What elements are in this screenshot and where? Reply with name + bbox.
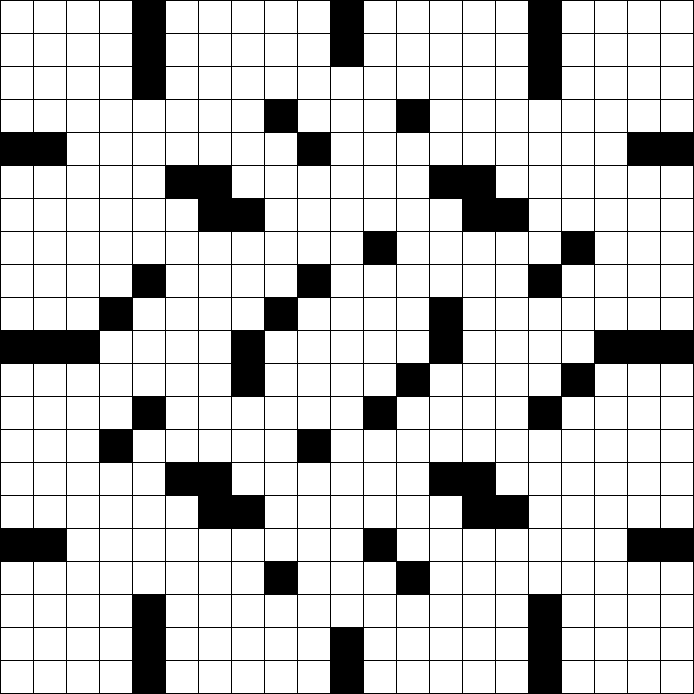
grid-cell[interactable] xyxy=(298,100,330,132)
grid-cell[interactable] xyxy=(595,463,627,495)
grid-cell[interactable] xyxy=(166,34,198,66)
grid-cell[interactable] xyxy=(67,166,99,198)
grid-cell[interactable] xyxy=(397,298,429,330)
grid-cell[interactable] xyxy=(265,595,297,627)
grid-cell[interactable] xyxy=(595,166,627,198)
grid-cell[interactable] xyxy=(364,496,396,528)
grid-cell[interactable] xyxy=(166,595,198,627)
grid-cell[interactable] xyxy=(463,397,495,429)
grid-cell[interactable] xyxy=(661,628,693,660)
grid-cell[interactable] xyxy=(199,67,231,99)
grid-cell[interactable] xyxy=(463,133,495,165)
grid-cell[interactable] xyxy=(463,628,495,660)
grid-cell[interactable] xyxy=(364,628,396,660)
grid-cell[interactable] xyxy=(529,298,561,330)
grid-cell[interactable] xyxy=(100,463,132,495)
grid-cell[interactable] xyxy=(595,34,627,66)
grid-cell[interactable] xyxy=(562,463,594,495)
grid-cell[interactable] xyxy=(133,133,165,165)
grid-cell[interactable] xyxy=(34,595,66,627)
grid-cell[interactable] xyxy=(67,199,99,231)
grid-cell[interactable] xyxy=(397,67,429,99)
grid-cell[interactable] xyxy=(595,397,627,429)
grid-cell[interactable] xyxy=(100,34,132,66)
grid-cell[interactable] xyxy=(166,562,198,594)
grid-cell[interactable] xyxy=(265,496,297,528)
grid-cell[interactable] xyxy=(628,496,660,528)
grid-cell[interactable] xyxy=(1,562,33,594)
grid-cell[interactable] xyxy=(34,34,66,66)
grid-cell[interactable] xyxy=(463,298,495,330)
grid-cell[interactable] xyxy=(232,463,264,495)
grid-cell[interactable] xyxy=(628,430,660,462)
grid-cell[interactable] xyxy=(529,496,561,528)
grid-cell[interactable] xyxy=(331,364,363,396)
grid-cell[interactable] xyxy=(100,199,132,231)
grid-cell[interactable] xyxy=(298,199,330,231)
grid-cell[interactable] xyxy=(34,199,66,231)
grid-cell[interactable] xyxy=(67,397,99,429)
grid-cell[interactable] xyxy=(628,595,660,627)
grid-cell[interactable] xyxy=(1,1,33,33)
grid-cell[interactable] xyxy=(67,298,99,330)
grid-cell[interactable] xyxy=(199,265,231,297)
grid-cell[interactable] xyxy=(232,67,264,99)
grid-cell[interactable] xyxy=(628,232,660,264)
grid-cell[interactable] xyxy=(364,562,396,594)
grid-cell[interactable] xyxy=(67,628,99,660)
grid-cell[interactable] xyxy=(496,34,528,66)
grid-cell[interactable] xyxy=(166,364,198,396)
grid-cell[interactable] xyxy=(628,298,660,330)
grid-cell[interactable] xyxy=(529,364,561,396)
grid-cell[interactable] xyxy=(265,364,297,396)
grid-cell[interactable] xyxy=(331,397,363,429)
grid-cell[interactable] xyxy=(298,661,330,693)
grid-cell[interactable] xyxy=(628,397,660,429)
grid-cell[interactable] xyxy=(496,628,528,660)
grid-cell[interactable] xyxy=(331,133,363,165)
grid-cell[interactable] xyxy=(661,364,693,396)
grid-cell[interactable] xyxy=(628,661,660,693)
grid-cell[interactable] xyxy=(628,364,660,396)
grid-cell[interactable] xyxy=(166,529,198,561)
grid-cell[interactable] xyxy=(661,430,693,462)
grid-cell[interactable] xyxy=(1,430,33,462)
grid-cell[interactable] xyxy=(298,166,330,198)
grid-cell[interactable] xyxy=(463,34,495,66)
grid-cell[interactable] xyxy=(100,265,132,297)
grid-cell[interactable] xyxy=(595,661,627,693)
grid-cell[interactable] xyxy=(529,100,561,132)
grid-cell[interactable] xyxy=(430,67,462,99)
grid-cell[interactable] xyxy=(364,265,396,297)
grid-cell[interactable] xyxy=(562,331,594,363)
grid-cell[interactable] xyxy=(34,496,66,528)
grid-cell[interactable] xyxy=(34,397,66,429)
grid-cell[interactable] xyxy=(232,166,264,198)
grid-cell[interactable] xyxy=(661,199,693,231)
grid-cell[interactable] xyxy=(166,661,198,693)
grid-cell[interactable] xyxy=(463,595,495,627)
grid-cell[interactable] xyxy=(430,232,462,264)
grid-cell[interactable] xyxy=(133,463,165,495)
grid-cell[interactable] xyxy=(34,67,66,99)
grid-cell[interactable] xyxy=(397,430,429,462)
grid-cell[interactable] xyxy=(595,67,627,99)
grid-cell[interactable] xyxy=(661,463,693,495)
grid-cell[interactable] xyxy=(529,166,561,198)
grid-cell[interactable] xyxy=(1,199,33,231)
grid-cell[interactable] xyxy=(67,100,99,132)
grid-cell[interactable] xyxy=(397,397,429,429)
grid-cell[interactable] xyxy=(1,628,33,660)
grid-cell[interactable] xyxy=(397,628,429,660)
grid-cell[interactable] xyxy=(67,463,99,495)
grid-cell[interactable] xyxy=(364,430,396,462)
grid-cell[interactable] xyxy=(430,628,462,660)
grid-cell[interactable] xyxy=(199,661,231,693)
grid-cell[interactable] xyxy=(265,463,297,495)
grid-cell[interactable] xyxy=(430,1,462,33)
grid-cell[interactable] xyxy=(34,298,66,330)
grid-cell[interactable] xyxy=(661,34,693,66)
grid-cell[interactable] xyxy=(1,265,33,297)
grid-cell[interactable] xyxy=(430,430,462,462)
grid-cell[interactable] xyxy=(364,298,396,330)
grid-cell[interactable] xyxy=(628,1,660,33)
grid-cell[interactable] xyxy=(430,34,462,66)
grid-cell[interactable] xyxy=(331,331,363,363)
grid-cell[interactable] xyxy=(595,562,627,594)
grid-cell[interactable] xyxy=(463,331,495,363)
grid-cell[interactable] xyxy=(331,100,363,132)
grid-cell[interactable] xyxy=(496,661,528,693)
grid-cell[interactable] xyxy=(661,265,693,297)
grid-cell[interactable] xyxy=(100,397,132,429)
grid-cell[interactable] xyxy=(661,1,693,33)
grid-cell[interactable] xyxy=(463,529,495,561)
grid-cell[interactable] xyxy=(331,298,363,330)
grid-cell[interactable] xyxy=(595,364,627,396)
grid-cell[interactable] xyxy=(34,628,66,660)
grid-cell[interactable] xyxy=(232,133,264,165)
grid-cell[interactable] xyxy=(661,661,693,693)
grid-cell[interactable] xyxy=(34,661,66,693)
grid-cell[interactable] xyxy=(529,133,561,165)
grid-cell[interactable] xyxy=(430,529,462,561)
grid-cell[interactable] xyxy=(265,1,297,33)
grid-cell[interactable] xyxy=(661,67,693,99)
grid-cell[interactable] xyxy=(628,166,660,198)
grid-cell[interactable] xyxy=(199,1,231,33)
grid-cell[interactable] xyxy=(397,199,429,231)
grid-cell[interactable] xyxy=(166,430,198,462)
grid-cell[interactable] xyxy=(595,298,627,330)
grid-cell[interactable] xyxy=(232,562,264,594)
grid-cell[interactable] xyxy=(529,199,561,231)
grid-cell[interactable] xyxy=(232,34,264,66)
grid-cell[interactable] xyxy=(397,1,429,33)
grid-cell[interactable] xyxy=(232,529,264,561)
grid-cell[interactable] xyxy=(100,166,132,198)
grid-cell[interactable] xyxy=(232,430,264,462)
grid-cell[interactable] xyxy=(298,463,330,495)
grid-cell[interactable] xyxy=(364,463,396,495)
grid-cell[interactable] xyxy=(298,34,330,66)
grid-cell[interactable] xyxy=(529,463,561,495)
grid-cell[interactable] xyxy=(265,397,297,429)
grid-cell[interactable] xyxy=(34,1,66,33)
grid-cell[interactable] xyxy=(1,463,33,495)
grid-cell[interactable] xyxy=(628,265,660,297)
grid-cell[interactable] xyxy=(1,100,33,132)
grid-cell[interactable] xyxy=(331,529,363,561)
grid-cell[interactable] xyxy=(232,298,264,330)
grid-cell[interactable] xyxy=(496,298,528,330)
grid-cell[interactable] xyxy=(100,529,132,561)
grid-cell[interactable] xyxy=(298,595,330,627)
grid-cell[interactable] xyxy=(562,430,594,462)
grid-cell[interactable] xyxy=(100,331,132,363)
grid-cell[interactable] xyxy=(364,595,396,627)
grid-cell[interactable] xyxy=(595,496,627,528)
grid-cell[interactable] xyxy=(595,100,627,132)
grid-cell[interactable] xyxy=(562,562,594,594)
grid-cell[interactable] xyxy=(331,67,363,99)
grid-cell[interactable] xyxy=(397,232,429,264)
grid-cell[interactable] xyxy=(496,397,528,429)
grid-cell[interactable] xyxy=(562,1,594,33)
grid-cell[interactable] xyxy=(562,298,594,330)
grid-cell[interactable] xyxy=(529,232,561,264)
grid-cell[interactable] xyxy=(595,1,627,33)
grid-cell[interactable] xyxy=(100,661,132,693)
grid-cell[interactable] xyxy=(628,100,660,132)
grid-cell[interactable] xyxy=(463,232,495,264)
grid-cell[interactable] xyxy=(496,331,528,363)
grid-cell[interactable] xyxy=(364,34,396,66)
grid-cell[interactable] xyxy=(199,595,231,627)
grid-cell[interactable] xyxy=(232,265,264,297)
grid-cell[interactable] xyxy=(100,496,132,528)
grid-cell[interactable] xyxy=(628,199,660,231)
grid-cell[interactable] xyxy=(562,496,594,528)
grid-cell[interactable] xyxy=(67,67,99,99)
grid-cell[interactable] xyxy=(397,595,429,627)
grid-cell[interactable] xyxy=(265,232,297,264)
grid-cell[interactable] xyxy=(496,133,528,165)
grid-cell[interactable] xyxy=(67,232,99,264)
grid-cell[interactable] xyxy=(364,1,396,33)
grid-cell[interactable] xyxy=(34,166,66,198)
grid-cell[interactable] xyxy=(265,34,297,66)
grid-cell[interactable] xyxy=(562,133,594,165)
grid-cell[interactable] xyxy=(298,232,330,264)
grid-cell[interactable] xyxy=(100,595,132,627)
grid-cell[interactable] xyxy=(199,529,231,561)
grid-cell[interactable] xyxy=(34,265,66,297)
grid-cell[interactable] xyxy=(463,364,495,396)
grid-cell[interactable] xyxy=(562,595,594,627)
grid-cell[interactable] xyxy=(199,34,231,66)
grid-cell[interactable] xyxy=(364,199,396,231)
grid-cell[interactable] xyxy=(1,595,33,627)
grid-cell[interactable] xyxy=(562,166,594,198)
grid-cell[interactable] xyxy=(199,232,231,264)
grid-cell[interactable] xyxy=(595,199,627,231)
grid-cell[interactable] xyxy=(331,265,363,297)
grid-cell[interactable] xyxy=(133,199,165,231)
grid-cell[interactable] xyxy=(67,496,99,528)
grid-cell[interactable] xyxy=(562,628,594,660)
grid-cell[interactable] xyxy=(430,595,462,627)
grid-cell[interactable] xyxy=(100,133,132,165)
grid-cell[interactable] xyxy=(496,595,528,627)
grid-cell[interactable] xyxy=(166,628,198,660)
grid-cell[interactable] xyxy=(661,496,693,528)
grid-cell[interactable] xyxy=(397,463,429,495)
grid-cell[interactable] xyxy=(133,430,165,462)
grid-cell[interactable] xyxy=(595,133,627,165)
grid-cell[interactable] xyxy=(232,100,264,132)
grid-cell[interactable] xyxy=(397,331,429,363)
grid-cell[interactable] xyxy=(199,133,231,165)
grid-cell[interactable] xyxy=(331,496,363,528)
grid-cell[interactable] xyxy=(562,199,594,231)
grid-cell[interactable] xyxy=(67,595,99,627)
grid-cell[interactable] xyxy=(67,265,99,297)
grid-cell[interactable] xyxy=(199,562,231,594)
grid-cell[interactable] xyxy=(562,397,594,429)
grid-cell[interactable] xyxy=(430,133,462,165)
grid-cell[interactable] xyxy=(661,166,693,198)
grid-cell[interactable] xyxy=(397,166,429,198)
grid-cell[interactable] xyxy=(34,430,66,462)
grid-cell[interactable] xyxy=(133,166,165,198)
grid-cell[interactable] xyxy=(67,529,99,561)
grid-cell[interactable] xyxy=(331,232,363,264)
grid-cell[interactable] xyxy=(397,529,429,561)
grid-cell[interactable] xyxy=(595,628,627,660)
grid-cell[interactable] xyxy=(133,100,165,132)
grid-cell[interactable] xyxy=(496,67,528,99)
grid-cell[interactable] xyxy=(67,661,99,693)
grid-cell[interactable] xyxy=(298,331,330,363)
grid-cell[interactable] xyxy=(67,430,99,462)
grid-cell[interactable] xyxy=(628,562,660,594)
grid-cell[interactable] xyxy=(661,232,693,264)
grid-cell[interactable] xyxy=(364,661,396,693)
grid-cell[interactable] xyxy=(463,67,495,99)
grid-cell[interactable] xyxy=(595,595,627,627)
grid-cell[interactable] xyxy=(166,1,198,33)
grid-cell[interactable] xyxy=(463,661,495,693)
grid-cell[interactable] xyxy=(67,364,99,396)
grid-cell[interactable] xyxy=(1,166,33,198)
grid-cell[interactable] xyxy=(1,496,33,528)
grid-cell[interactable] xyxy=(496,100,528,132)
grid-cell[interactable] xyxy=(430,100,462,132)
grid-cell[interactable] xyxy=(397,265,429,297)
grid-cell[interactable] xyxy=(232,661,264,693)
grid-cell[interactable] xyxy=(298,562,330,594)
grid-cell[interactable] xyxy=(298,1,330,33)
grid-cell[interactable] xyxy=(166,265,198,297)
grid-cell[interactable] xyxy=(430,562,462,594)
grid-cell[interactable] xyxy=(595,232,627,264)
grid-cell[interactable] xyxy=(265,430,297,462)
grid-cell[interactable] xyxy=(364,364,396,396)
grid-cell[interactable] xyxy=(529,331,561,363)
grid-cell[interactable] xyxy=(100,100,132,132)
grid-cell[interactable] xyxy=(298,628,330,660)
grid-cell[interactable] xyxy=(562,67,594,99)
grid-cell[interactable] xyxy=(397,133,429,165)
grid-cell[interactable] xyxy=(1,298,33,330)
grid-cell[interactable] xyxy=(562,100,594,132)
grid-cell[interactable] xyxy=(199,331,231,363)
grid-cell[interactable] xyxy=(331,430,363,462)
grid-cell[interactable] xyxy=(100,67,132,99)
grid-cell[interactable] xyxy=(496,265,528,297)
grid-cell[interactable] xyxy=(562,265,594,297)
grid-cell[interactable] xyxy=(661,595,693,627)
grid-cell[interactable] xyxy=(199,298,231,330)
grid-cell[interactable] xyxy=(529,430,561,462)
grid-cell[interactable] xyxy=(364,67,396,99)
grid-cell[interactable] xyxy=(463,562,495,594)
grid-cell[interactable] xyxy=(496,1,528,33)
grid-cell[interactable] xyxy=(67,34,99,66)
grid-cell[interactable] xyxy=(1,661,33,693)
grid-cell[interactable] xyxy=(265,529,297,561)
grid-cell[interactable] xyxy=(265,199,297,231)
grid-cell[interactable] xyxy=(133,496,165,528)
grid-cell[interactable] xyxy=(331,199,363,231)
grid-cell[interactable] xyxy=(331,463,363,495)
grid-cell[interactable] xyxy=(298,67,330,99)
grid-cell[interactable] xyxy=(430,265,462,297)
grid-cell[interactable] xyxy=(331,595,363,627)
grid-cell[interactable] xyxy=(166,496,198,528)
grid-cell[interactable] xyxy=(1,34,33,66)
grid-cell[interactable] xyxy=(133,364,165,396)
grid-cell[interactable] xyxy=(661,562,693,594)
grid-cell[interactable] xyxy=(34,232,66,264)
grid-cell[interactable] xyxy=(67,562,99,594)
grid-cell[interactable] xyxy=(430,397,462,429)
grid-cell[interactable] xyxy=(364,331,396,363)
grid-cell[interactable] xyxy=(166,67,198,99)
grid-cell[interactable] xyxy=(34,100,66,132)
grid-cell[interactable] xyxy=(1,364,33,396)
grid-cell[interactable] xyxy=(496,430,528,462)
grid-cell[interactable] xyxy=(265,331,297,363)
grid-cell[interactable] xyxy=(595,529,627,561)
grid-cell[interactable] xyxy=(529,529,561,561)
grid-cell[interactable] xyxy=(199,628,231,660)
grid-cell[interactable] xyxy=(265,166,297,198)
grid-cell[interactable] xyxy=(562,529,594,561)
grid-cell[interactable] xyxy=(463,265,495,297)
grid-cell[interactable] xyxy=(265,661,297,693)
grid-cell[interactable] xyxy=(265,265,297,297)
grid-cell[interactable] xyxy=(628,34,660,66)
grid-cell[interactable] xyxy=(166,232,198,264)
grid-cell[interactable] xyxy=(265,67,297,99)
grid-cell[interactable] xyxy=(298,364,330,396)
